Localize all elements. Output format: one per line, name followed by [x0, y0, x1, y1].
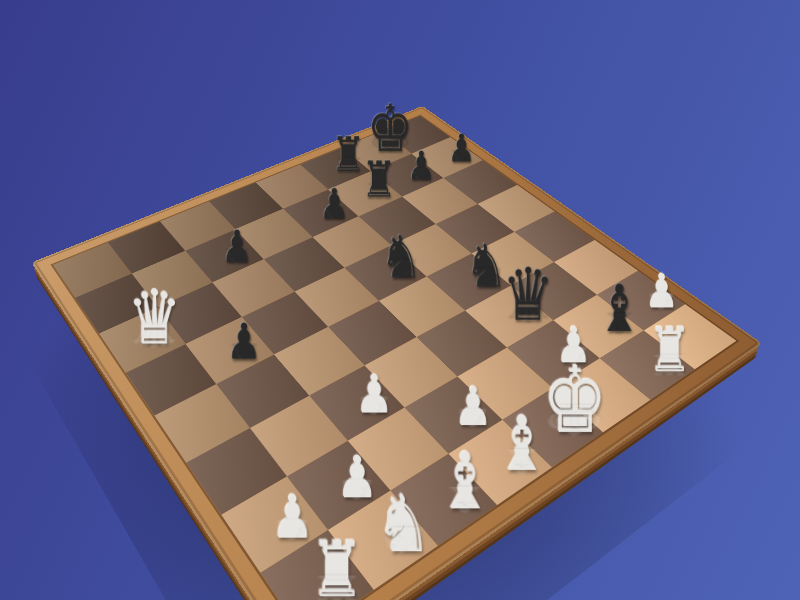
black-bishop[interactable]: ♝ [596, 277, 643, 342]
black-pawn[interactable]: ♟ [226, 317, 262, 367]
black-rook[interactable]: ♜ [331, 131, 365, 179]
white-bishop[interactable]: ♝ [495, 407, 549, 483]
white-pawn[interactable]: ♟ [645, 268, 679, 315]
white-pawn[interactable]: ♟ [454, 380, 492, 433]
black-pawn[interactable]: ♟ [221, 224, 253, 268]
black-rook[interactable]: ♜ [361, 155, 396, 204]
chess-board: ♜♚♟♟♜♟♟♛♟♞♞♟♛♟♟♟♟♝♟♜♞♝♝♚♜ [31, 106, 762, 600]
white-bishop[interactable]: ♝ [437, 443, 493, 522]
white-pawn[interactable]: ♟ [355, 368, 393, 421]
white-queen[interactable]: ♛ [128, 281, 182, 356]
white-pawn[interactable]: ♟ [336, 449, 377, 506]
black-queen[interactable]: ♛ [502, 259, 554, 332]
black-pawn[interactable]: ♟ [319, 183, 349, 225]
black-pawn[interactable]: ♟ [407, 146, 435, 186]
white-rook[interactable]: ♜ [309, 532, 364, 600]
black-knight[interactable]: ♞ [380, 227, 422, 286]
chess-3d-scene: ♜♚♟♟♜♟♟♛♟♞♞♟♛♟♟♟♟♝♟♜♞♝♝♚♜ [0, 0, 800, 600]
black-pawn[interactable]: ♟ [447, 129, 475, 168]
white-king[interactable]: ♚ [542, 355, 608, 447]
white-rook[interactable]: ♜ [648, 320, 692, 381]
white-pawn[interactable]: ♟ [271, 487, 314, 547]
black-knight[interactable]: ♞ [464, 236, 507, 296]
white-knight[interactable]: ♞ [375, 484, 432, 563]
